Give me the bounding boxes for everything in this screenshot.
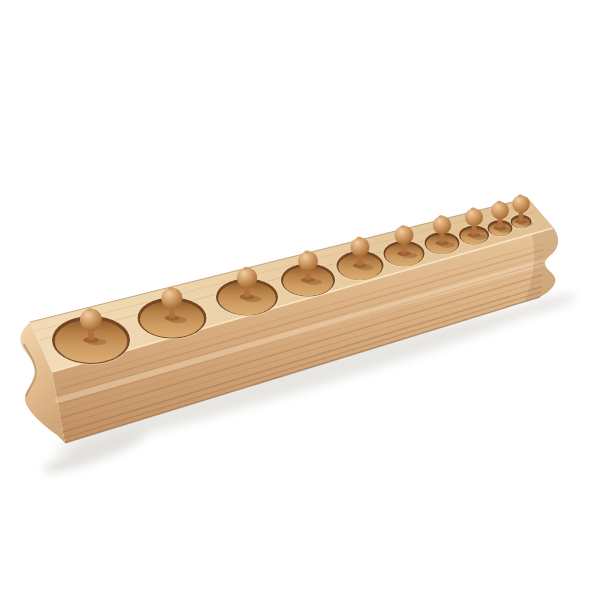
knob-sphere — [491, 201, 509, 219]
knob-sphere — [350, 237, 369, 256]
knob-nub — [87, 308, 93, 311]
knob-sphere — [80, 309, 102, 331]
product-photo-stage — [0, 0, 597, 597]
knob-nub — [497, 201, 502, 204]
knob-nub — [439, 215, 444, 218]
montessori-cylinder-block-photo — [0, 0, 597, 597]
knob-nub — [304, 251, 310, 254]
knob-sphere — [161, 288, 182, 309]
knob-sphere — [433, 216, 451, 234]
knob-nub — [243, 267, 249, 270]
knob-nub — [518, 195, 523, 198]
knob-nub — [357, 237, 362, 240]
knob-sphere — [395, 226, 414, 245]
knob-sphere — [465, 208, 483, 226]
knob-nub — [168, 287, 174, 290]
knob-sphere — [298, 251, 318, 271]
knob-sphere — [512, 195, 530, 213]
knob-sphere — [237, 268, 257, 288]
knob-nub — [401, 225, 406, 228]
knob-nub — [471, 208, 476, 211]
